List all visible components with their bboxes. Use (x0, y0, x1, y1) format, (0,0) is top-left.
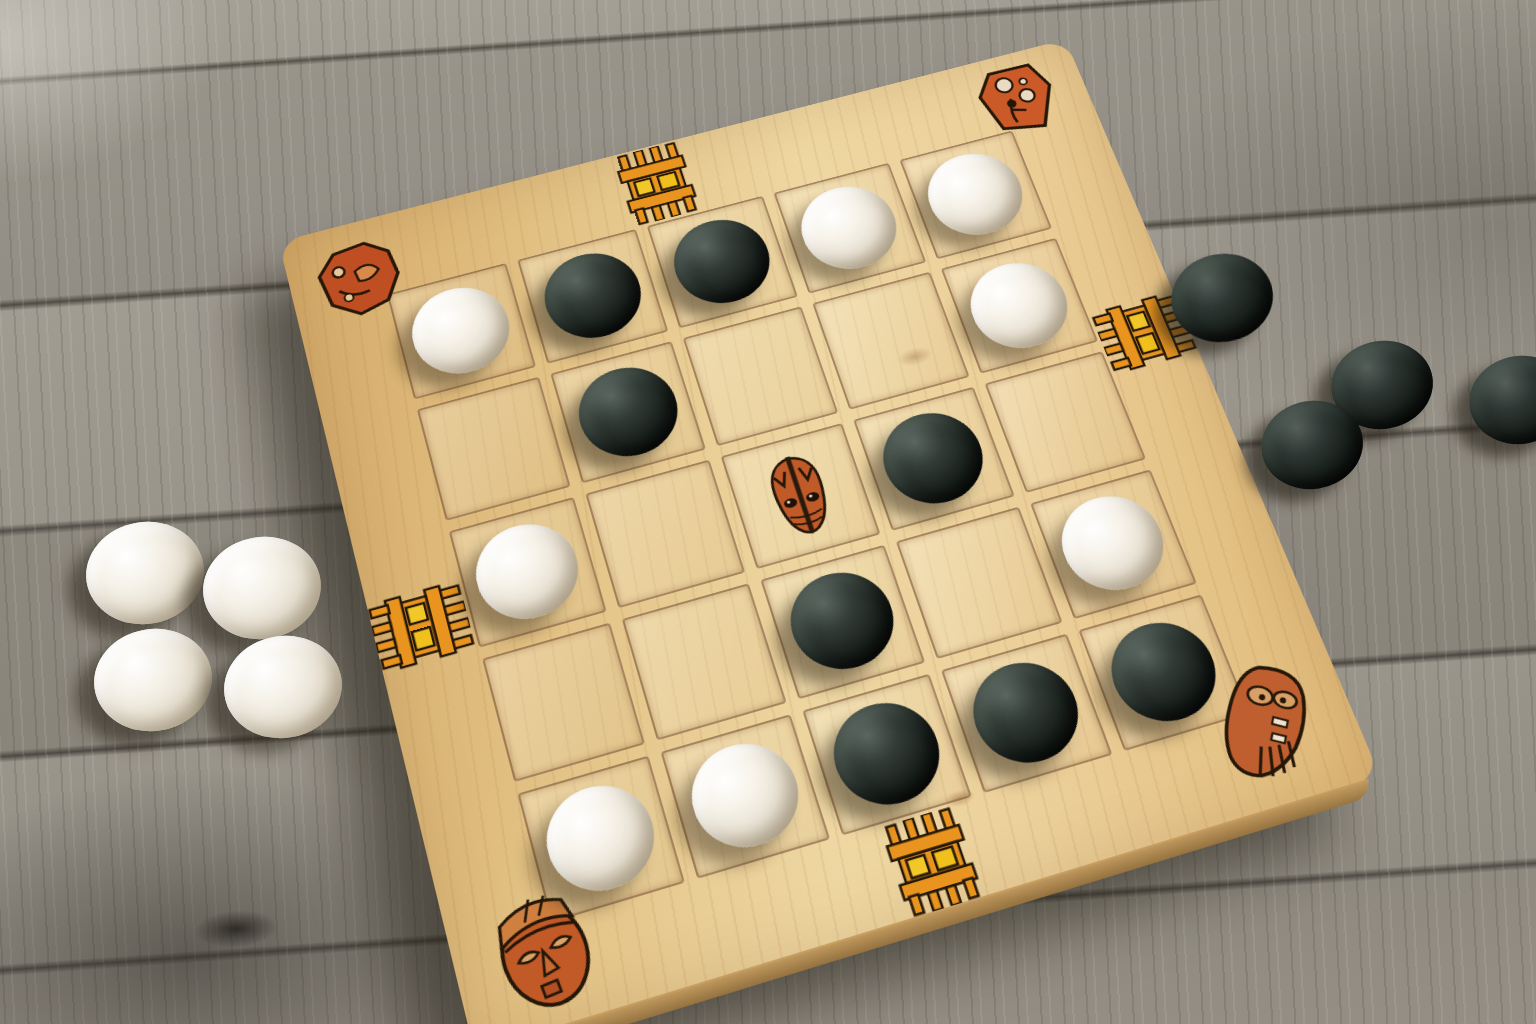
black-stone[interactable] (778, 562, 907, 682)
cell-r5c2[interactable] (661, 714, 830, 879)
cell-r4c3[interactable] (760, 545, 925, 699)
center-mask-icon (754, 441, 848, 549)
cell-r2c5[interactable] (941, 238, 1098, 373)
cell-r2c4[interactable] (813, 272, 970, 409)
cell-r1c5[interactable] (899, 130, 1052, 259)
cell-r5c4[interactable] (941, 633, 1112, 793)
black-stone[interactable] (821, 691, 954, 817)
white-stone[interactable] (403, 278, 520, 385)
photo-canvas (0, 0, 1536, 1024)
cell-r2c1[interactable] (417, 377, 571, 521)
cell-r1c2[interactable] (518, 229, 669, 364)
black-stone[interactable] (960, 651, 1093, 775)
cell-r3c3[interactable] (720, 423, 880, 569)
left-comb-icon (365, 572, 479, 683)
cell-r3c1[interactable] (449, 497, 607, 648)
cell-r3c2[interactable] (586, 460, 745, 609)
white-stone[interactable] (679, 732, 811, 860)
white-stone[interactable] (466, 513, 589, 631)
black-stone[interactable] (534, 244, 651, 349)
black-stone[interactable] (1097, 611, 1231, 733)
board-grid (387, 130, 1250, 922)
cell-r1c1[interactable] (387, 263, 537, 400)
cell-r2c3[interactable] (683, 307, 839, 446)
cell-r3c4[interactable] (853, 387, 1014, 531)
cell-r1c4[interactable] (774, 163, 926, 294)
white-stone[interactable] (790, 177, 909, 279)
black-stone[interactable] (568, 357, 689, 467)
black-stone[interactable] (871, 402, 997, 514)
bottom-right-mask-icon (1204, 654, 1323, 794)
white-stone[interactable] (916, 144, 1035, 245)
cell-r2c2[interactable] (551, 342, 706, 484)
white-stone[interactable] (1048, 486, 1178, 602)
top-right-mask-icon (967, 59, 1065, 138)
cell-r4c1[interactable] (482, 623, 645, 782)
cell-r4c5[interactable] (1030, 470, 1197, 619)
black-stone[interactable] (663, 210, 781, 314)
white-stone[interactable] (958, 253, 1081, 358)
cell-r4c2[interactable] (622, 583, 786, 739)
cell-r4c4[interactable] (896, 507, 1062, 659)
